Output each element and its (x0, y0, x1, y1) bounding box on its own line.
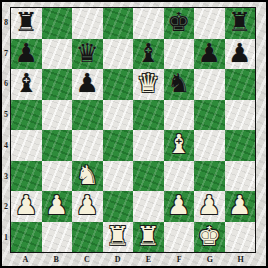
white-rook[interactable]: ♜ (106, 223, 129, 249)
rank-label-5: 5 (2, 99, 10, 130)
square-c6[interactable]: ♟ (72, 69, 103, 100)
black-pawn[interactable]: ♟ (198, 40, 221, 66)
rank-label-7: 7 (2, 38, 10, 69)
square-a3[interactable] (11, 161, 42, 192)
rank-label-4: 4 (2, 130, 10, 161)
square-g7[interactable]: ♟ (194, 39, 225, 70)
square-e7[interactable]: ♝ (133, 39, 164, 70)
square-g5[interactable] (194, 100, 225, 131)
square-g6[interactable] (194, 69, 225, 100)
square-d6[interactable] (103, 69, 134, 100)
square-h4[interactable] (225, 130, 256, 161)
black-pawn[interactable]: ♟ (228, 40, 251, 66)
white-pawn[interactable]: ♟ (167, 192, 190, 218)
rank-label-1: 1 (2, 222, 10, 253)
black-queen[interactable]: ♛ (76, 40, 99, 66)
square-g4[interactable] (194, 130, 225, 161)
square-g1[interactable]: ♚ (194, 222, 225, 253)
rank-label-8: 8 (2, 7, 10, 38)
square-h8[interactable]: ♜ (225, 8, 256, 39)
black-pawn[interactable]: ♟ (15, 40, 38, 66)
square-a1[interactable] (11, 222, 42, 253)
black-pawn[interactable]: ♟ (76, 70, 99, 96)
square-d1[interactable]: ♜ (103, 222, 134, 253)
square-d4[interactable] (103, 130, 134, 161)
square-e2[interactable] (133, 191, 164, 222)
square-h2[interactable]: ♟ (225, 191, 256, 222)
square-b5[interactable] (42, 100, 73, 131)
file-label-c: C (72, 253, 103, 265)
square-g8[interactable] (194, 8, 225, 39)
square-b7[interactable] (42, 39, 73, 70)
square-h3[interactable] (225, 161, 256, 192)
square-e5[interactable] (133, 100, 164, 131)
square-f5[interactable] (164, 100, 195, 131)
square-b1[interactable] (42, 222, 73, 253)
rank-label-3: 3 (2, 161, 10, 192)
square-a2[interactable]: ♟ (11, 191, 42, 222)
square-h7[interactable]: ♟ (225, 39, 256, 70)
rank-label-2: 2 (2, 192, 10, 223)
black-king[interactable]: ♚ (167, 9, 190, 35)
rank-labels: 87654321 (2, 7, 10, 253)
square-a6[interactable]: ♝ (11, 69, 42, 100)
white-pawn[interactable]: ♟ (15, 192, 38, 218)
black-rook[interactable]: ♜ (228, 9, 251, 35)
chess-board: ♜♚♜♟♛♝♟♟♝♟♛♞♝♞♟♟♟♟♟♟♜♜♚ (10, 7, 256, 253)
square-e6[interactable]: ♛ (133, 69, 164, 100)
square-g3[interactable] (194, 161, 225, 192)
square-a8[interactable]: ♜ (11, 8, 42, 39)
file-label-a: A (10, 253, 41, 265)
black-rook[interactable]: ♜ (15, 9, 38, 35)
white-pawn[interactable]: ♟ (45, 192, 68, 218)
white-rook[interactable]: ♜ (137, 223, 160, 249)
square-f6[interactable]: ♞ (164, 69, 195, 100)
white-king[interactable]: ♚ (198, 223, 221, 249)
white-bishop[interactable]: ♝ (167, 131, 190, 157)
file-label-f: F (164, 253, 195, 265)
white-pawn[interactable]: ♟ (198, 192, 221, 218)
square-a7[interactable]: ♟ (11, 39, 42, 70)
file-label-g: G (195, 253, 226, 265)
file-label-e: E (133, 253, 164, 265)
square-e4[interactable] (133, 130, 164, 161)
file-label-b: B (41, 253, 72, 265)
square-d3[interactable] (103, 161, 134, 192)
square-d2[interactable] (103, 191, 134, 222)
square-f4[interactable]: ♝ (164, 130, 195, 161)
black-bishop[interactable]: ♝ (137, 40, 160, 66)
white-pawn[interactable]: ♟ (228, 192, 251, 218)
square-f8[interactable]: ♚ (164, 8, 195, 39)
square-f2[interactable]: ♟ (164, 191, 195, 222)
square-h6[interactable] (225, 69, 256, 100)
square-d7[interactable] (103, 39, 134, 70)
square-b3[interactable] (42, 161, 73, 192)
square-c2[interactable]: ♟ (72, 191, 103, 222)
white-queen[interactable]: ♛ (137, 70, 160, 96)
square-b8[interactable] (42, 8, 73, 39)
square-f1[interactable] (164, 222, 195, 253)
black-bishop[interactable]: ♝ (15, 70, 38, 96)
square-e3[interactable] (133, 161, 164, 192)
square-d5[interactable] (103, 100, 134, 131)
square-f3[interactable] (164, 161, 195, 192)
square-f7[interactable] (164, 39, 195, 70)
file-label-d: D (102, 253, 133, 265)
square-c4[interactable] (72, 130, 103, 161)
square-b6[interactable] (42, 69, 73, 100)
square-b2[interactable]: ♟ (42, 191, 73, 222)
square-c3[interactable]: ♞ (72, 161, 103, 192)
file-labels: ABCDEFGH (10, 253, 256, 265)
square-a5[interactable] (11, 100, 42, 131)
square-c1[interactable] (72, 222, 103, 253)
square-g2[interactable]: ♟ (194, 191, 225, 222)
square-c5[interactable] (72, 100, 103, 131)
white-knight[interactable]: ♞ (76, 162, 99, 188)
square-h5[interactable] (225, 100, 256, 131)
black-knight[interactable]: ♞ (167, 70, 190, 96)
square-c7[interactable]: ♛ (72, 39, 103, 70)
square-e1[interactable]: ♜ (133, 222, 164, 253)
white-pawn[interactable]: ♟ (76, 192, 99, 218)
square-c8[interactable] (72, 8, 103, 39)
chessboard-frame: 87654321 ♜♚♜♟♛♝♟♟♝♟♛♞♝♞♟♟♟♟♟♟♜♜♚ ABCDEFG… (0, 0, 268, 268)
square-d8[interactable] (103, 8, 134, 39)
square-b4[interactable] (42, 130, 73, 161)
square-a4[interactable] (11, 130, 42, 161)
square-e8[interactable] (133, 8, 164, 39)
square-h1[interactable] (225, 222, 256, 253)
file-label-h: H (225, 253, 256, 265)
rank-label-6: 6 (2, 69, 10, 100)
